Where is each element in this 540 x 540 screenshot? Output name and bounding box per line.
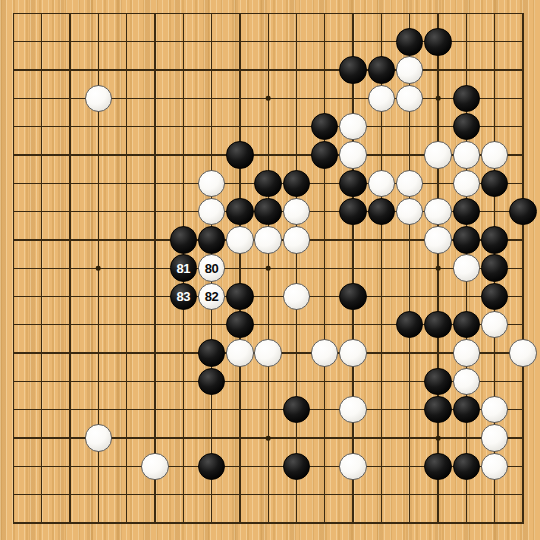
intersection[interactable]	[396, 367, 424, 395]
intersection[interactable]	[84, 311, 112, 339]
intersection[interactable]: 82	[197, 282, 225, 310]
intersection[interactable]	[84, 282, 112, 310]
intersection[interactable]	[339, 226, 367, 254]
intersection[interactable]	[226, 226, 254, 254]
intersection[interactable]	[169, 339, 197, 367]
intersection[interactable]	[197, 113, 225, 141]
intersection[interactable]	[56, 28, 84, 56]
intersection[interactable]	[84, 339, 112, 367]
intersection[interactable]	[56, 424, 84, 452]
intersection[interactable]	[169, 141, 197, 169]
intersection[interactable]	[169, 396, 197, 424]
intersection[interactable]	[141, 169, 169, 197]
intersection[interactable]	[0, 311, 28, 339]
intersection[interactable]	[84, 28, 112, 56]
intersection[interactable]	[282, 367, 310, 395]
intersection[interactable]	[197, 56, 225, 84]
intersection[interactable]	[509, 282, 537, 310]
intersection[interactable]	[452, 226, 480, 254]
intersection[interactable]	[84, 509, 112, 537]
intersection[interactable]	[56, 0, 84, 28]
intersection[interactable]	[282, 0, 310, 28]
intersection[interactable]	[480, 311, 508, 339]
intersection[interactable]	[197, 84, 225, 112]
intersection[interactable]	[254, 0, 282, 28]
intersection[interactable]	[480, 141, 508, 169]
intersection[interactable]	[226, 84, 254, 112]
intersection[interactable]	[254, 141, 282, 169]
intersection[interactable]	[311, 452, 339, 480]
intersection[interactable]	[509, 197, 537, 225]
intersection[interactable]	[480, 84, 508, 112]
intersection[interactable]	[254, 226, 282, 254]
intersection[interactable]	[509, 254, 537, 282]
intersection[interactable]	[141, 84, 169, 112]
intersection[interactable]	[28, 84, 56, 112]
intersection[interactable]	[480, 396, 508, 424]
intersection[interactable]	[396, 424, 424, 452]
intersection[interactable]	[509, 396, 537, 424]
intersection[interactable]	[254, 452, 282, 480]
intersection[interactable]	[28, 367, 56, 395]
intersection[interactable]	[424, 396, 452, 424]
intersection[interactable]	[480, 28, 508, 56]
intersection[interactable]	[424, 226, 452, 254]
intersection[interactable]	[282, 226, 310, 254]
intersection[interactable]	[113, 254, 141, 282]
intersection[interactable]	[56, 197, 84, 225]
intersection[interactable]	[367, 56, 395, 84]
intersection[interactable]	[424, 56, 452, 84]
intersection[interactable]	[84, 84, 112, 112]
intersection[interactable]	[84, 480, 112, 508]
intersection[interactable]	[396, 28, 424, 56]
intersection[interactable]	[169, 509, 197, 537]
intersection[interactable]: 81	[169, 254, 197, 282]
intersection[interactable]	[0, 141, 28, 169]
intersection[interactable]	[367, 169, 395, 197]
intersection[interactable]	[56, 84, 84, 112]
intersection[interactable]	[169, 56, 197, 84]
intersection[interactable]	[282, 424, 310, 452]
intersection[interactable]	[254, 197, 282, 225]
intersection[interactable]	[141, 396, 169, 424]
intersection[interactable]	[28, 509, 56, 537]
intersection[interactable]	[509, 509, 537, 537]
intersection[interactable]	[311, 28, 339, 56]
intersection[interactable]	[424, 311, 452, 339]
intersection[interactable]	[113, 282, 141, 310]
intersection[interactable]	[84, 254, 112, 282]
intersection[interactable]	[367, 396, 395, 424]
intersection[interactable]	[56, 480, 84, 508]
intersection[interactable]	[169, 28, 197, 56]
intersection[interactable]	[452, 311, 480, 339]
intersection[interactable]	[339, 396, 367, 424]
intersection[interactable]	[367, 509, 395, 537]
intersection[interactable]	[311, 339, 339, 367]
intersection[interactable]	[339, 28, 367, 56]
intersection[interactable]	[509, 367, 537, 395]
intersection[interactable]	[452, 480, 480, 508]
intersection[interactable]	[0, 509, 28, 537]
intersection[interactable]	[169, 169, 197, 197]
intersection[interactable]	[113, 197, 141, 225]
intersection[interactable]	[84, 169, 112, 197]
intersection[interactable]	[367, 452, 395, 480]
intersection[interactable]	[452, 169, 480, 197]
intersection[interactable]	[339, 113, 367, 141]
intersection[interactable]	[480, 452, 508, 480]
intersection[interactable]	[424, 28, 452, 56]
intersection[interactable]	[480, 424, 508, 452]
intersection[interactable]	[509, 339, 537, 367]
intersection[interactable]	[339, 56, 367, 84]
intersection[interactable]	[396, 197, 424, 225]
intersection[interactable]	[0, 226, 28, 254]
intersection[interactable]	[396, 396, 424, 424]
intersection[interactable]	[339, 197, 367, 225]
intersection[interactable]	[424, 509, 452, 537]
intersection[interactable]	[396, 311, 424, 339]
intersection[interactable]	[0, 28, 28, 56]
intersection[interactable]	[509, 28, 537, 56]
intersection[interactable]	[424, 113, 452, 141]
intersection[interactable]	[141, 480, 169, 508]
intersection[interactable]	[113, 396, 141, 424]
intersection[interactable]	[28, 396, 56, 424]
intersection[interactable]	[0, 424, 28, 452]
intersection[interactable]	[254, 169, 282, 197]
intersection[interactable]	[56, 311, 84, 339]
intersection[interactable]	[0, 452, 28, 480]
intersection[interactable]	[424, 339, 452, 367]
intersection[interactable]	[226, 254, 254, 282]
intersection[interactable]	[28, 452, 56, 480]
intersection[interactable]	[0, 480, 28, 508]
intersection[interactable]	[113, 169, 141, 197]
intersection[interactable]	[282, 197, 310, 225]
intersection[interactable]	[480, 226, 508, 254]
intersection[interactable]	[197, 169, 225, 197]
intersection[interactable]	[311, 56, 339, 84]
intersection[interactable]	[197, 226, 225, 254]
intersection[interactable]	[367, 367, 395, 395]
intersection[interactable]	[480, 282, 508, 310]
intersection[interactable]	[141, 339, 169, 367]
intersection[interactable]	[0, 197, 28, 225]
intersection[interactable]	[509, 56, 537, 84]
intersection[interactable]	[197, 197, 225, 225]
intersection[interactable]	[28, 282, 56, 310]
intersection[interactable]	[169, 424, 197, 452]
intersection[interactable]	[282, 339, 310, 367]
intersection[interactable]	[141, 226, 169, 254]
intersection[interactable]	[282, 311, 310, 339]
intersection[interactable]	[452, 28, 480, 56]
intersection[interactable]	[396, 254, 424, 282]
intersection[interactable]	[509, 226, 537, 254]
intersection[interactable]	[452, 197, 480, 225]
intersection[interactable]	[84, 0, 112, 28]
intersection[interactable]	[56, 113, 84, 141]
intersection[interactable]	[509, 141, 537, 169]
intersection[interactable]	[424, 141, 452, 169]
intersection[interactable]	[141, 113, 169, 141]
intersection[interactable]	[113, 311, 141, 339]
intersection[interactable]	[226, 396, 254, 424]
intersection[interactable]	[226, 141, 254, 169]
intersection[interactable]	[367, 84, 395, 112]
intersection[interactable]	[367, 480, 395, 508]
intersection[interactable]	[28, 197, 56, 225]
intersection[interactable]	[396, 509, 424, 537]
intersection[interactable]	[56, 56, 84, 84]
intersection[interactable]	[339, 509, 367, 537]
intersection[interactable]	[480, 339, 508, 367]
intersection[interactable]	[28, 141, 56, 169]
intersection[interactable]	[339, 169, 367, 197]
intersection[interactable]	[84, 367, 112, 395]
intersection[interactable]	[339, 254, 367, 282]
intersection[interactable]	[113, 480, 141, 508]
intersection[interactable]	[254, 84, 282, 112]
intersection[interactable]	[169, 84, 197, 112]
intersection[interactable]	[367, 424, 395, 452]
intersection[interactable]	[254, 480, 282, 508]
intersection[interactable]	[113, 84, 141, 112]
intersection[interactable]	[56, 367, 84, 395]
intersection[interactable]	[84, 424, 112, 452]
intersection[interactable]	[452, 452, 480, 480]
intersection[interactable]	[141, 254, 169, 282]
intersection[interactable]	[424, 367, 452, 395]
intersection[interactable]	[424, 84, 452, 112]
intersection[interactable]	[452, 339, 480, 367]
intersection[interactable]	[141, 282, 169, 310]
intersection[interactable]	[141, 0, 169, 28]
intersection[interactable]	[509, 311, 537, 339]
intersection[interactable]	[141, 367, 169, 395]
intersection[interactable]	[197, 141, 225, 169]
intersection[interactable]	[56, 169, 84, 197]
intersection[interactable]	[169, 197, 197, 225]
intersection[interactable]	[311, 480, 339, 508]
intersection[interactable]	[226, 367, 254, 395]
intersection[interactable]	[226, 0, 254, 28]
intersection[interactable]	[254, 254, 282, 282]
intersection[interactable]	[141, 509, 169, 537]
intersection[interactable]	[0, 0, 28, 28]
intersection[interactable]	[169, 311, 197, 339]
intersection[interactable]	[113, 28, 141, 56]
intersection[interactable]	[480, 56, 508, 84]
intersection[interactable]	[311, 424, 339, 452]
intersection[interactable]	[254, 113, 282, 141]
intersection[interactable]	[282, 84, 310, 112]
intersection[interactable]	[169, 367, 197, 395]
intersection[interactable]	[452, 141, 480, 169]
intersection[interactable]	[28, 311, 56, 339]
intersection[interactable]	[396, 452, 424, 480]
intersection[interactable]	[480, 113, 508, 141]
intersection[interactable]	[339, 452, 367, 480]
intersection[interactable]	[254, 509, 282, 537]
intersection[interactable]	[141, 56, 169, 84]
intersection[interactable]	[452, 509, 480, 537]
intersection[interactable]	[367, 311, 395, 339]
intersection[interactable]	[311, 141, 339, 169]
intersection[interactable]	[396, 56, 424, 84]
intersection[interactable]	[480, 509, 508, 537]
intersection[interactable]	[0, 282, 28, 310]
intersection[interactable]	[197, 424, 225, 452]
intersection[interactable]	[84, 141, 112, 169]
intersection[interactable]	[254, 396, 282, 424]
intersection[interactable]: 80	[197, 254, 225, 282]
intersection[interactable]	[0, 367, 28, 395]
intersection[interactable]	[56, 452, 84, 480]
intersection[interactable]	[339, 282, 367, 310]
intersection[interactable]	[311, 197, 339, 225]
intersection[interactable]	[311, 254, 339, 282]
intersection[interactable]	[367, 254, 395, 282]
intersection[interactable]	[141, 141, 169, 169]
intersection[interactable]	[311, 311, 339, 339]
intersection[interactable]	[282, 254, 310, 282]
intersection[interactable]	[226, 56, 254, 84]
intersection[interactable]	[339, 141, 367, 169]
intersection[interactable]	[226, 113, 254, 141]
intersection[interactable]	[424, 197, 452, 225]
intersection[interactable]	[367, 197, 395, 225]
intersection[interactable]: 83	[169, 282, 197, 310]
intersection[interactable]	[480, 0, 508, 28]
intersection[interactable]	[396, 339, 424, 367]
intersection[interactable]	[282, 396, 310, 424]
intersection[interactable]	[480, 169, 508, 197]
intersection[interactable]	[339, 311, 367, 339]
intersection[interactable]	[254, 311, 282, 339]
intersection[interactable]	[113, 339, 141, 367]
intersection[interactable]	[396, 113, 424, 141]
intersection[interactable]	[282, 56, 310, 84]
intersection[interactable]	[169, 113, 197, 141]
intersection[interactable]	[311, 282, 339, 310]
intersection[interactable]	[311, 113, 339, 141]
intersection[interactable]	[141, 452, 169, 480]
intersection[interactable]	[28, 0, 56, 28]
intersection[interactable]	[424, 0, 452, 28]
intersection[interactable]	[0, 396, 28, 424]
intersection[interactable]	[84, 396, 112, 424]
intersection[interactable]	[254, 28, 282, 56]
intersection[interactable]	[367, 28, 395, 56]
intersection[interactable]	[56, 282, 84, 310]
intersection[interactable]	[169, 480, 197, 508]
intersection[interactable]	[396, 282, 424, 310]
intersection[interactable]	[339, 0, 367, 28]
intersection[interactable]	[113, 424, 141, 452]
intersection[interactable]	[0, 84, 28, 112]
intersection[interactable]	[339, 367, 367, 395]
intersection[interactable]	[113, 452, 141, 480]
intersection[interactable]	[226, 480, 254, 508]
intersection[interactable]	[226, 197, 254, 225]
intersection[interactable]	[311, 367, 339, 395]
intersection[interactable]	[113, 56, 141, 84]
intersection[interactable]	[339, 84, 367, 112]
intersection[interactable]	[169, 452, 197, 480]
intersection[interactable]	[197, 0, 225, 28]
intersection[interactable]	[452, 84, 480, 112]
intersection[interactable]	[84, 113, 112, 141]
intersection[interactable]	[28, 226, 56, 254]
intersection[interactable]	[396, 226, 424, 254]
intersection[interactable]	[254, 339, 282, 367]
intersection[interactable]	[396, 0, 424, 28]
intersection[interactable]	[28, 480, 56, 508]
intersection[interactable]	[169, 0, 197, 28]
intersection[interactable]	[509, 424, 537, 452]
intersection[interactable]	[113, 0, 141, 28]
intersection[interactable]	[396, 480, 424, 508]
intersection[interactable]	[56, 396, 84, 424]
intersection[interactable]	[282, 113, 310, 141]
intersection[interactable]	[56, 339, 84, 367]
intersection[interactable]	[28, 28, 56, 56]
intersection[interactable]	[113, 226, 141, 254]
intersection[interactable]	[226, 339, 254, 367]
intersection[interactable]	[113, 113, 141, 141]
intersection[interactable]	[509, 480, 537, 508]
intersection[interactable]	[113, 509, 141, 537]
intersection[interactable]	[197, 339, 225, 367]
intersection[interactable]	[197, 311, 225, 339]
intersection[interactable]	[0, 113, 28, 141]
intersection[interactable]	[254, 424, 282, 452]
intersection[interactable]	[367, 226, 395, 254]
intersection[interactable]	[282, 509, 310, 537]
intersection[interactable]	[424, 254, 452, 282]
intersection[interactable]	[226, 424, 254, 452]
intersection[interactable]	[480, 197, 508, 225]
intersection[interactable]	[282, 452, 310, 480]
intersection[interactable]	[28, 169, 56, 197]
intersection[interactable]	[0, 56, 28, 84]
intersection[interactable]	[509, 169, 537, 197]
intersection[interactable]	[113, 367, 141, 395]
intersection[interactable]	[28, 339, 56, 367]
intersection[interactable]	[367, 0, 395, 28]
intersection[interactable]	[339, 339, 367, 367]
intersection[interactable]	[452, 56, 480, 84]
intersection[interactable]	[141, 424, 169, 452]
intersection[interactable]	[113, 141, 141, 169]
intersection[interactable]	[509, 0, 537, 28]
intersection[interactable]	[56, 254, 84, 282]
intersection[interactable]	[254, 367, 282, 395]
intersection[interactable]	[0, 169, 28, 197]
intersection[interactable]	[311, 226, 339, 254]
intersection[interactable]	[282, 141, 310, 169]
intersection[interactable]	[424, 282, 452, 310]
intersection[interactable]	[226, 509, 254, 537]
intersection[interactable]	[56, 226, 84, 254]
intersection[interactable]	[339, 424, 367, 452]
intersection[interactable]	[28, 113, 56, 141]
intersection[interactable]	[28, 56, 56, 84]
